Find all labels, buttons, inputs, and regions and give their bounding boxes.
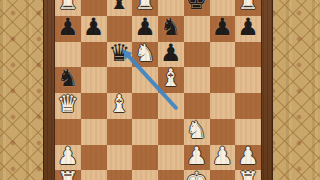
piece-black-queen-c6[interactable]: ♛ [109, 41, 131, 67]
square-c2[interactable] [107, 145, 133, 171]
square-b5[interactable] [81, 67, 107, 93]
piece-white-pawn-a2[interactable]: ♟ [57, 144, 79, 170]
square-h7[interactable]: ♟ [235, 16, 261, 42]
square-f7[interactable] [184, 16, 210, 42]
square-f8[interactable]: ♚ [184, 0, 210, 16]
square-e3[interactable] [158, 119, 184, 145]
square-h4[interactable] [235, 93, 261, 119]
square-e2[interactable] [158, 145, 184, 171]
piece-black-pawn-e6[interactable]: ♟ [160, 41, 182, 67]
piece-white-bishop-c4[interactable]: ♝ [109, 92, 131, 118]
piece-white-pawn-f2[interactable]: ♟ [186, 144, 208, 170]
piece-black-knight-a5[interactable]: ♞ [57, 66, 79, 92]
square-h1[interactable]: ♜ [235, 170, 261, 180]
square-e1[interactable] [158, 170, 184, 180]
square-g1[interactable] [210, 170, 236, 180]
square-c4[interactable]: ♝ [107, 93, 133, 119]
square-d2[interactable] [132, 145, 158, 171]
piece-black-pawn-g7[interactable]: ♟ [212, 15, 234, 41]
square-h5[interactable] [235, 67, 261, 93]
square-f1[interactable]: ♚ [184, 170, 210, 180]
piece-white-pawn-g2[interactable]: ♟ [212, 144, 234, 170]
piece-black-pawn-b7[interactable]: ♟ [83, 15, 105, 41]
piece-white-king-f1[interactable]: ♚ [186, 169, 208, 180]
square-g2[interactable]: ♟ [210, 145, 236, 171]
square-f5[interactable] [184, 67, 210, 93]
piece-white-rook-h1[interactable]: ♜ [237, 169, 259, 180]
square-f6[interactable] [184, 42, 210, 68]
piece-white-queen-a4[interactable]: ♛ [57, 92, 79, 118]
square-d3[interactable] [132, 119, 158, 145]
square-g4[interactable] [210, 93, 236, 119]
chess-board[interactable]: ♜♝♜♚♜♟♟♟♞♟♟♛♞♟♞♝♛♝♞♟♟♟♟♜♚♜ [55, 0, 261, 180]
piece-black-pawn-d7[interactable]: ♟ [134, 15, 156, 41]
square-h6[interactable] [235, 42, 261, 68]
square-e4[interactable] [158, 93, 184, 119]
piece-white-rook-a1[interactable]: ♜ [57, 169, 79, 180]
square-g7[interactable]: ♟ [210, 16, 236, 42]
square-g6[interactable] [210, 42, 236, 68]
square-c6[interactable]: ♛ [107, 42, 133, 68]
piece-white-bishop-e5[interactable]: ♝ [160, 66, 182, 92]
piece-black-king-f8[interactable]: ♚ [186, 0, 208, 15]
square-b2[interactable] [81, 145, 107, 171]
piece-white-pawn-h2[interactable]: ♟ [237, 144, 259, 170]
square-b4[interactable] [81, 93, 107, 119]
square-b7[interactable]: ♟ [81, 16, 107, 42]
square-a1[interactable]: ♜ [55, 170, 81, 180]
square-e5[interactable]: ♝ [158, 67, 184, 93]
square-a4[interactable]: ♛ [55, 93, 81, 119]
square-b1[interactable] [81, 170, 107, 180]
piece-black-pawn-h7[interactable]: ♟ [237, 15, 259, 41]
piece-black-knight-e7[interactable]: ♞ [160, 15, 182, 41]
piece-white-knight-f3[interactable]: ♞ [186, 118, 208, 144]
square-c3[interactable] [107, 119, 133, 145]
piece-white-knight-d6[interactable]: ♞ [134, 41, 156, 67]
square-c8[interactable]: ♝ [107, 0, 133, 16]
screenshot-stage: ♜♝♜♚♜♟♟♟♞♟♟♛♞♟♞♝♛♝♞♟♟♟♟♜♚♜ [0, 0, 320, 180]
square-b6[interactable] [81, 42, 107, 68]
square-a7[interactable]: ♟ [55, 16, 81, 42]
square-d4[interactable] [132, 93, 158, 119]
square-c1[interactable] [107, 170, 133, 180]
square-d6[interactable]: ♞ [132, 42, 158, 68]
square-g5[interactable] [210, 67, 236, 93]
square-d1[interactable] [132, 170, 158, 180]
board-frame: ♜♝♜♚♜♟♟♟♞♟♟♛♞♟♞♝♛♝♞♟♟♟♟♜♚♜ [43, 0, 273, 180]
piece-black-pawn-a7[interactable]: ♟ [57, 15, 79, 41]
square-d5[interactable] [132, 67, 158, 93]
square-b3[interactable] [81, 119, 107, 145]
piece-black-bishop-c8[interactable]: ♝ [109, 0, 131, 15]
